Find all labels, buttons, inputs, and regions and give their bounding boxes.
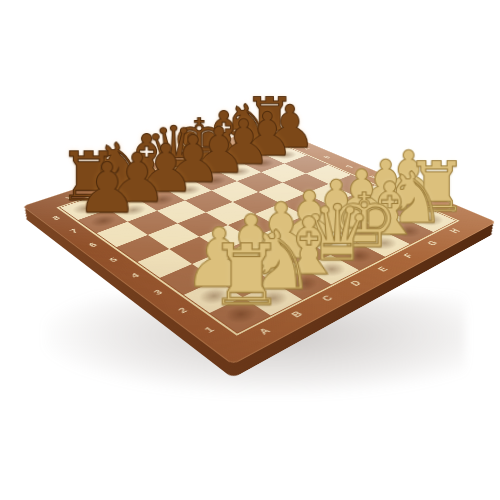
photo-stage: AABBCCDDEEFFGGHH1122334455667788♜♞♝♛♚♝♞♜… [0,0,500,500]
rank-label-near-6: 6 [80,239,106,251]
black-pawn-icon: ♟ [61,154,153,224]
file-label-near-a: A [250,323,279,340]
rank-label-near-4: 4 [121,269,149,283]
rank-label-near-7: 7 [62,226,88,237]
rank-label-near-1: 1 [194,321,224,338]
white-rook-icon: ♜ [190,233,302,318]
rank-label-near-5: 5 [100,253,127,266]
